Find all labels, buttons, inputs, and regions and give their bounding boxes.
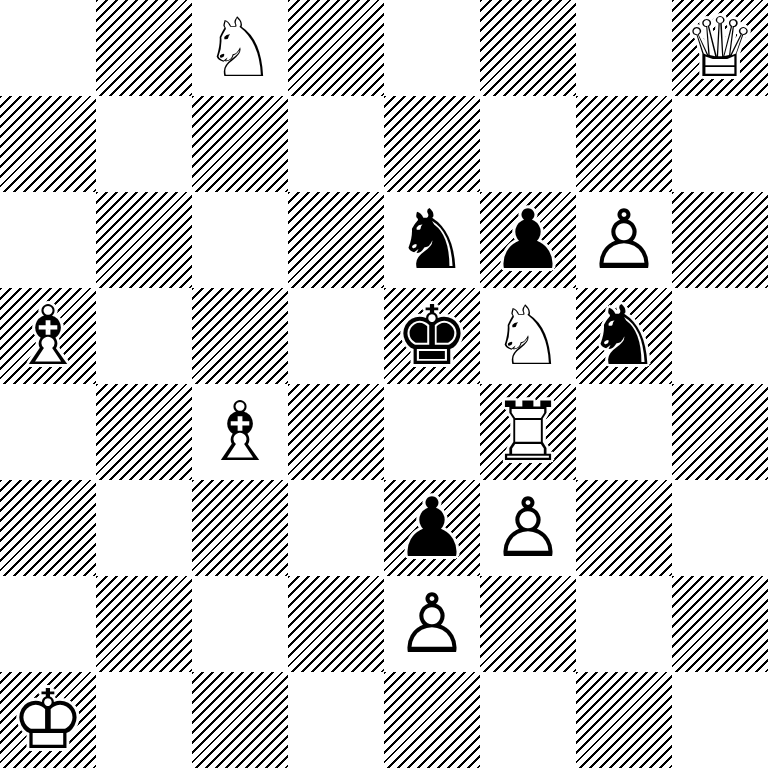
square-f8[interactable] bbox=[480, 0, 576, 96]
square-c6[interactable] bbox=[192, 192, 288, 288]
square-c5[interactable] bbox=[192, 288, 288, 384]
square-f3[interactable]: ♟♙ bbox=[480, 480, 576, 576]
square-h7[interactable] bbox=[672, 96, 768, 192]
piece-wP-e2-icon: ♙ bbox=[384, 576, 480, 672]
square-g3[interactable] bbox=[576, 480, 672, 576]
square-h6[interactable] bbox=[672, 192, 768, 288]
square-h2[interactable] bbox=[672, 576, 768, 672]
square-h3[interactable] bbox=[672, 480, 768, 576]
piece-bN-e6-icon: ♞ bbox=[384, 192, 480, 288]
piece-wK-a1-icon: ♔ bbox=[0, 672, 96, 768]
square-a6[interactable] bbox=[0, 192, 96, 288]
square-g2[interactable] bbox=[576, 576, 672, 672]
piece-wR-f4-icon: ♖ bbox=[480, 384, 576, 480]
square-a1[interactable]: ♚♔ bbox=[0, 672, 96, 768]
square-f1[interactable] bbox=[480, 672, 576, 768]
piece-wN-c8-icon: ♘ bbox=[192, 0, 288, 96]
square-b5[interactable] bbox=[96, 288, 192, 384]
square-f2[interactable] bbox=[480, 576, 576, 672]
square-e5[interactable]: ♚♚ bbox=[384, 288, 480, 384]
square-e6[interactable]: ♞♞ bbox=[384, 192, 480, 288]
square-a4[interactable] bbox=[0, 384, 96, 480]
square-a3[interactable] bbox=[0, 480, 96, 576]
square-g1[interactable] bbox=[576, 672, 672, 768]
square-f4[interactable]: ♜♖ bbox=[480, 384, 576, 480]
square-c1[interactable] bbox=[192, 672, 288, 768]
piece-bK-e5-icon: ♚ bbox=[384, 288, 480, 384]
square-e4[interactable] bbox=[384, 384, 480, 480]
square-g6[interactable]: ♟♙ bbox=[576, 192, 672, 288]
square-d6[interactable] bbox=[288, 192, 384, 288]
piece-bP-f6-icon: ♟ bbox=[480, 192, 576, 288]
piece-bP-e3-icon: ♟ bbox=[384, 480, 480, 576]
square-a5[interactable]: ♝♗ bbox=[0, 288, 96, 384]
square-h8[interactable]: ♛♕ bbox=[672, 0, 768, 96]
piece-wQ-h8-icon: ♕ bbox=[672, 0, 768, 96]
square-c4[interactable]: ♝♗ bbox=[192, 384, 288, 480]
square-a7[interactable] bbox=[0, 96, 96, 192]
square-d8[interactable] bbox=[288, 0, 384, 96]
square-g5[interactable]: ♞♞ bbox=[576, 288, 672, 384]
square-b1[interactable] bbox=[96, 672, 192, 768]
square-b4[interactable] bbox=[96, 384, 192, 480]
square-c8[interactable]: ♞♘ bbox=[192, 0, 288, 96]
square-a2[interactable] bbox=[0, 576, 96, 672]
square-d3[interactable] bbox=[288, 480, 384, 576]
square-e7[interactable] bbox=[384, 96, 480, 192]
square-d4[interactable] bbox=[288, 384, 384, 480]
piece-wN-f5-icon: ♘ bbox=[480, 288, 576, 384]
square-h4[interactable] bbox=[672, 384, 768, 480]
piece-wP-f3-icon: ♙ bbox=[480, 480, 576, 576]
piece-bN-g5-icon: ♞ bbox=[576, 288, 672, 384]
piece-wP-g6-icon: ♙ bbox=[576, 192, 672, 288]
square-g7[interactable] bbox=[576, 96, 672, 192]
square-f5[interactable]: ♞♘ bbox=[480, 288, 576, 384]
square-e8[interactable] bbox=[384, 0, 480, 96]
square-c7[interactable] bbox=[192, 96, 288, 192]
square-g4[interactable] bbox=[576, 384, 672, 480]
square-d7[interactable] bbox=[288, 96, 384, 192]
square-b2[interactable] bbox=[96, 576, 192, 672]
square-e1[interactable] bbox=[384, 672, 480, 768]
square-a8[interactable] bbox=[0, 0, 96, 96]
square-d5[interactable] bbox=[288, 288, 384, 384]
square-h1[interactable] bbox=[672, 672, 768, 768]
square-b7[interactable] bbox=[96, 96, 192, 192]
piece-wB-c4-icon: ♗ bbox=[192, 384, 288, 480]
square-e2[interactable]: ♟♙ bbox=[384, 576, 480, 672]
square-d2[interactable] bbox=[288, 576, 384, 672]
square-f7[interactable] bbox=[480, 96, 576, 192]
square-h5[interactable] bbox=[672, 288, 768, 384]
square-b6[interactable] bbox=[96, 192, 192, 288]
square-c2[interactable] bbox=[192, 576, 288, 672]
piece-wB-a5-icon: ♗ bbox=[0, 288, 96, 384]
square-d1[interactable] bbox=[288, 672, 384, 768]
square-c3[interactable] bbox=[192, 480, 288, 576]
square-b3[interactable] bbox=[96, 480, 192, 576]
square-g8[interactable] bbox=[576, 0, 672, 96]
square-e3[interactable]: ♟♟ bbox=[384, 480, 480, 576]
chess-board: ♞♘♛♕♞♞♟♟♟♙♝♗♚♚♞♘♞♞♝♗♜♖♟♟♟♙♟♙♚♔ bbox=[0, 0, 768, 768]
square-f6[interactable]: ♟♟ bbox=[480, 192, 576, 288]
square-b8[interactable] bbox=[96, 0, 192, 96]
